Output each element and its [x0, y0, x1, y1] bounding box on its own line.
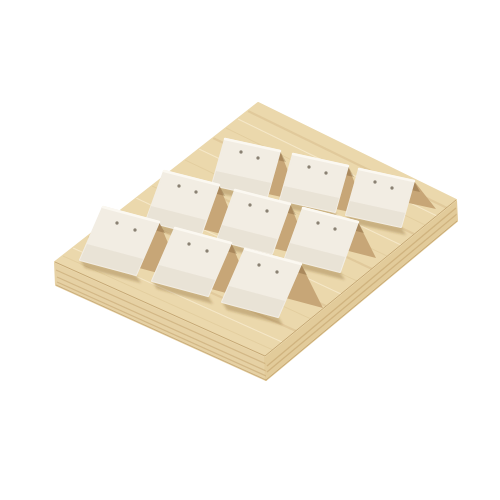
earring-hole-left: [239, 150, 242, 153]
earring-hole-left: [248, 203, 251, 206]
earring-hole-left: [307, 165, 310, 168]
earring-hole-right: [133, 228, 136, 231]
earring-hole-left: [257, 263, 260, 266]
earring-hole-left: [115, 221, 118, 224]
product-photo: [0, 0, 500, 500]
earring-hole-right: [390, 186, 393, 189]
earring-hole-left: [373, 180, 376, 183]
earring-hole-right: [333, 227, 336, 230]
earring-hole-right: [205, 249, 208, 252]
earring-hole-left: [177, 184, 180, 187]
earring-hole-right: [275, 270, 278, 273]
earring-hole-right: [256, 156, 259, 159]
earring-hole-left: [316, 221, 319, 224]
earring-hole-right: [194, 190, 197, 193]
earring-hole-right: [324, 171, 327, 174]
earring-hole-right: [265, 209, 268, 212]
earring-hole-left: [187, 242, 190, 245]
scene-svg: [0, 0, 500, 500]
